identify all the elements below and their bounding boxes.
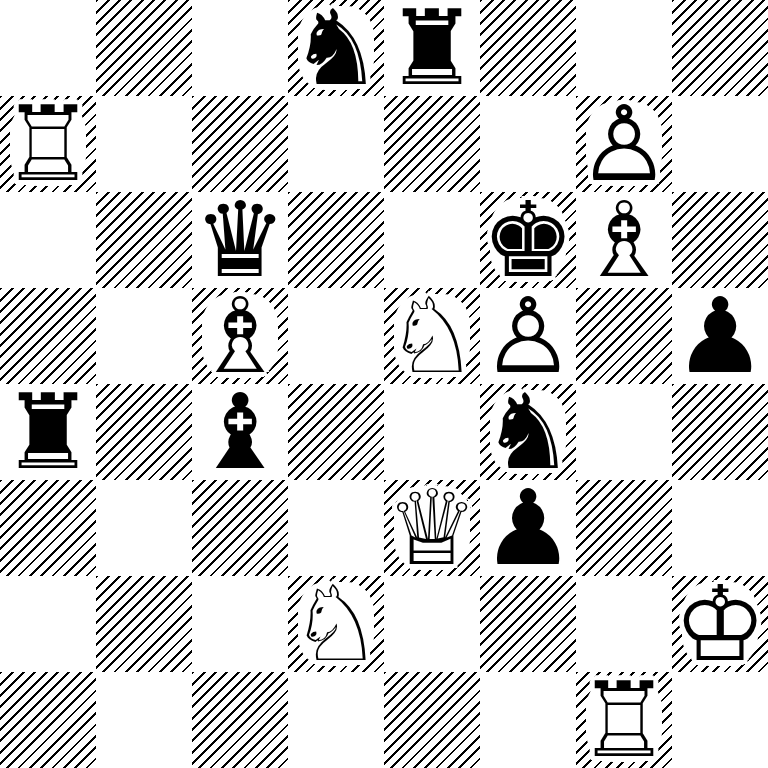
square-b1[interactable]: [96, 672, 192, 768]
black-king: ♚: [481, 192, 574, 288]
square-b8[interactable]: [96, 0, 192, 96]
square-c1[interactable]: [192, 672, 288, 768]
white-bishop: ♗: [193, 288, 286, 384]
square-c2[interactable]: [192, 576, 288, 672]
square-h8[interactable]: [672, 0, 768, 96]
square-g5[interactable]: [576, 288, 672, 384]
square-h5[interactable]: ♟: [672, 288, 768, 384]
square-f5[interactable]: ♙: [480, 288, 576, 384]
chess-board: ♞♜♖♙♛♚♗♗♘♙♟♜♝♞♕♟♘♔♖: [0, 0, 768, 768]
square-b7[interactable]: [96, 96, 192, 192]
square-b6[interactable]: [96, 192, 192, 288]
square-d6[interactable]: [288, 192, 384, 288]
square-d4[interactable]: [288, 384, 384, 480]
square-h2[interactable]: ♔: [672, 576, 768, 672]
square-b3[interactable]: [96, 480, 192, 576]
square-c4[interactable]: ♝: [192, 384, 288, 480]
square-e4[interactable]: [384, 384, 480, 480]
black-knight: ♞: [481, 384, 574, 480]
square-g7[interactable]: ♙: [576, 96, 672, 192]
square-b5[interactable]: [96, 288, 192, 384]
white-knight: ♘: [385, 288, 478, 384]
square-f6[interactable]: ♚: [480, 192, 576, 288]
square-f1[interactable]: [480, 672, 576, 768]
square-d5[interactable]: [288, 288, 384, 384]
square-f3[interactable]: ♟: [480, 480, 576, 576]
square-a2[interactable]: [0, 576, 96, 672]
square-a5[interactable]: [0, 288, 96, 384]
square-b2[interactable]: [96, 576, 192, 672]
square-c6[interactable]: ♛: [192, 192, 288, 288]
square-e6[interactable]: [384, 192, 480, 288]
white-bishop: ♗: [577, 192, 670, 288]
black-knight: ♞: [289, 0, 382, 96]
square-c3[interactable]: [192, 480, 288, 576]
white-rook: ♖: [577, 672, 670, 768]
square-a1[interactable]: [0, 672, 96, 768]
square-g2[interactable]: [576, 576, 672, 672]
square-g3[interactable]: [576, 480, 672, 576]
square-e3[interactable]: ♕: [384, 480, 480, 576]
square-e8[interactable]: ♜: [384, 0, 480, 96]
white-rook: ♖: [1, 96, 94, 192]
square-a4[interactable]: ♜: [0, 384, 96, 480]
black-rook: ♜: [385, 0, 478, 96]
square-c8[interactable]: [192, 0, 288, 96]
white-king: ♔: [673, 576, 766, 672]
square-h6[interactable]: [672, 192, 768, 288]
square-d2[interactable]: ♘: [288, 576, 384, 672]
square-a3[interactable]: [0, 480, 96, 576]
square-e1[interactable]: [384, 672, 480, 768]
square-f4[interactable]: ♞: [480, 384, 576, 480]
square-f8[interactable]: [480, 0, 576, 96]
square-g8[interactable]: [576, 0, 672, 96]
square-f7[interactable]: [480, 96, 576, 192]
square-g1[interactable]: ♖: [576, 672, 672, 768]
square-d3[interactable]: [288, 480, 384, 576]
white-pawn: ♙: [481, 288, 574, 384]
square-c7[interactable]: [192, 96, 288, 192]
black-queen: ♛: [193, 192, 286, 288]
square-a8[interactable]: [0, 0, 96, 96]
white-knight: ♘: [289, 576, 382, 672]
white-pawn: ♙: [577, 96, 670, 192]
white-queen: ♕: [385, 480, 478, 576]
square-h3[interactable]: [672, 480, 768, 576]
square-h7[interactable]: [672, 96, 768, 192]
black-pawn: ♟: [481, 480, 574, 576]
square-a7[interactable]: ♖: [0, 96, 96, 192]
square-b4[interactable]: [96, 384, 192, 480]
square-e2[interactable]: [384, 576, 480, 672]
square-h4[interactable]: [672, 384, 768, 480]
square-f2[interactable]: [480, 576, 576, 672]
black-bishop: ♝: [193, 384, 286, 480]
square-c5[interactable]: ♗: [192, 288, 288, 384]
square-d1[interactable]: [288, 672, 384, 768]
square-h1[interactable]: [672, 672, 768, 768]
square-a6[interactable]: [0, 192, 96, 288]
square-g6[interactable]: ♗: [576, 192, 672, 288]
square-e7[interactable]: [384, 96, 480, 192]
black-pawn: ♟: [673, 288, 766, 384]
black-rook: ♜: [1, 384, 94, 480]
square-d8[interactable]: ♞: [288, 0, 384, 96]
square-g4[interactable]: [576, 384, 672, 480]
square-e5[interactable]: ♘: [384, 288, 480, 384]
square-d7[interactable]: [288, 96, 384, 192]
